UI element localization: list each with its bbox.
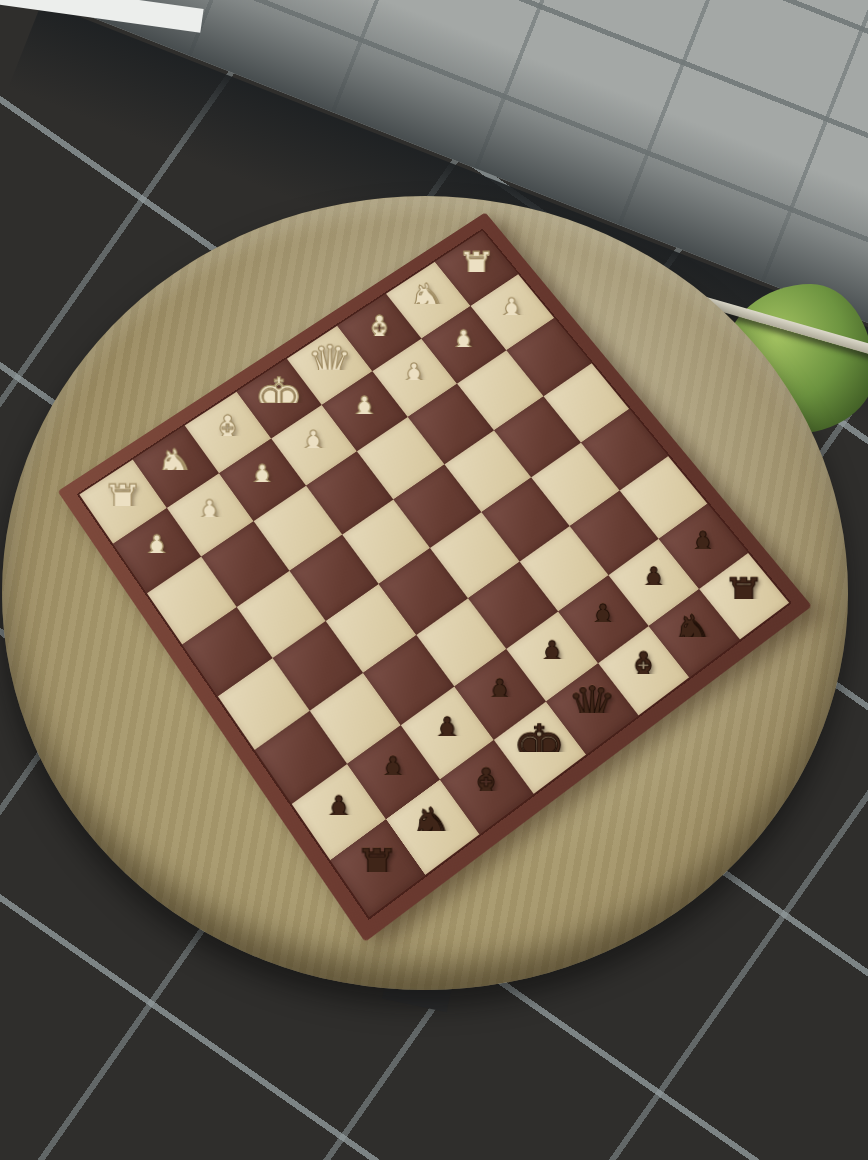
- black-knight: ♞: [410, 801, 456, 852]
- black-bishop: ♝: [621, 646, 665, 695]
- black-pawn: ♟: [585, 598, 621, 639]
- white-pawn: ♟: [347, 391, 382, 430]
- black-pawn: ♟: [320, 790, 358, 832]
- black-pawn: ♟: [374, 751, 412, 793]
- black-pawn: ♟: [533, 636, 570, 677]
- black-pawn: ♟: [635, 562, 671, 602]
- black-knight: ♞: [672, 608, 716, 657]
- white-rook: ♜: [456, 245, 496, 290]
- black-bishop: ♝: [464, 761, 509, 812]
- white-king: ♚: [254, 370, 304, 426]
- white-pawn: ♟: [397, 358, 432, 396]
- black-king: ♚: [512, 717, 566, 778]
- black-rook: ♜: [354, 842, 400, 893]
- white-rook: ♜: [101, 477, 144, 525]
- black-pawn: ♟: [428, 712, 465, 754]
- white-pawn: ♟: [495, 293, 529, 331]
- white-knight: ♞: [154, 443, 196, 490]
- white-queen: ♛: [306, 339, 352, 391]
- white-bishop: ♝: [358, 309, 399, 355]
- white-pawn: ♟: [139, 530, 175, 570]
- black-pawn: ♟: [685, 526, 721, 566]
- black-rook: ♜: [722, 572, 765, 621]
- white-pawn: ♟: [192, 495, 228, 535]
- black-pawn: ♟: [481, 673, 518, 714]
- white-pawn: ♟: [245, 460, 280, 499]
- white-pawn: ♟: [296, 425, 331, 464]
- black-queen: ♛: [567, 680, 617, 736]
- white-bishop: ♝: [207, 409, 249, 456]
- photo-scene: ♜♞♝♚♛♝♞♜♟♟♟♟♟♟♟♟♟♟♟♟♟♟♟♟♜♞♝♚♛♝♞♜: [0, 0, 868, 1160]
- white-knight: ♞: [408, 277, 449, 322]
- white-pawn: ♟: [446, 325, 480, 363]
